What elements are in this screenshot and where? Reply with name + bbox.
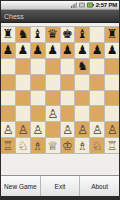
piece-white-pawn[interactable]: ♙ (77, 124, 88, 136)
square-f8[interactable]: ♝ (75, 27, 89, 42)
square-e2[interactable]: ♙ (61, 122, 75, 137)
square-a4[interactable] (1, 91, 15, 106)
square-h3[interactable] (105, 106, 119, 121)
square-e3[interactable] (61, 106, 75, 121)
app-title: Chess (4, 13, 24, 20)
piece-black-knight[interactable]: ♞ (77, 60, 88, 72)
piece-black-king[interactable]: ♚ (62, 28, 73, 40)
piece-white-pawn[interactable]: ♙ (32, 124, 43, 136)
square-a6[interactable] (1, 59, 15, 74)
square-c5[interactable] (31, 75, 45, 90)
square-f1[interactable]: ♗ (75, 138, 89, 153)
square-e8[interactable]: ♚ (61, 27, 75, 42)
piece-black-rook[interactable]: ♜ (3, 28, 14, 40)
square-c8[interactable]: ♝ (31, 27, 45, 42)
square-f4[interactable] (75, 91, 89, 106)
square-a1[interactable]: ♖ (1, 138, 15, 153)
square-h5[interactable] (105, 75, 119, 90)
title-bar: Chess (1, 10, 119, 23)
square-b2[interactable]: ♙ (16, 122, 30, 137)
square-c2[interactable]: ♙ (31, 122, 45, 137)
chess-board[interactable]: ♜♞♝♛♚♝♜♟♟♟♟♟♟♟♟♞♙♙♙♙♙♙♙♙♖♘♗♕♔♗♘♖ (1, 26, 119, 154)
square-f2[interactable]: ♙ (75, 122, 89, 137)
board-container: ♜♞♝♛♚♝♜♟♟♟♟♟♟♟♟♞♙♙♙♙♙♙♙♙♖♘♗♕♔♗♘♖ (1, 26, 119, 154)
square-g2[interactable]: ♙ (90, 122, 104, 137)
piece-black-knight[interactable]: ♞ (17, 28, 28, 40)
piece-black-pawn[interactable]: ♟ (3, 44, 14, 56)
square-g3[interactable] (90, 106, 104, 121)
piece-black-pawn[interactable]: ♟ (47, 44, 58, 56)
square-d4[interactable] (46, 91, 60, 106)
piece-white-rook[interactable]: ♖ (3, 140, 14, 152)
square-e7[interactable]: ♟ (61, 43, 75, 58)
piece-black-pawn[interactable]: ♟ (77, 44, 88, 56)
piece-black-bishop[interactable]: ♝ (32, 28, 43, 40)
square-c1[interactable]: ♗ (31, 138, 45, 153)
status-time: 2:57 PM (96, 2, 117, 8)
square-c3[interactable] (31, 106, 45, 121)
button-bar: New Game Exit About (1, 175, 119, 196)
piece-white-bishop[interactable]: ♗ (32, 140, 43, 152)
network-icon (79, 2, 85, 8)
square-h7[interactable]: ♟ (105, 43, 119, 58)
square-d7[interactable]: ♟ (46, 43, 60, 58)
square-h8[interactable]: ♜ (105, 27, 119, 42)
square-h6[interactable] (105, 59, 119, 74)
exit-button[interactable]: Exit (41, 176, 81, 196)
piece-black-pawn[interactable]: ♟ (107, 44, 118, 56)
piece-black-queen[interactable]: ♛ (47, 28, 58, 40)
square-d3[interactable]: ♙ (46, 106, 60, 121)
piece-white-pawn[interactable]: ♙ (47, 108, 58, 120)
piece-white-pawn[interactable]: ♙ (62, 124, 73, 136)
content-gap (1, 154, 119, 175)
square-g1[interactable]: ♘ (90, 138, 104, 153)
piece-white-pawn[interactable]: ♙ (3, 124, 14, 136)
square-d2[interactable] (46, 122, 60, 137)
square-a5[interactable] (1, 75, 15, 90)
square-f7[interactable]: ♟ (75, 43, 89, 58)
square-d5[interactable] (46, 75, 60, 90)
square-e6[interactable] (61, 59, 75, 74)
piece-black-pawn[interactable]: ♟ (17, 44, 28, 56)
square-b1[interactable]: ♘ (16, 138, 30, 153)
square-a8[interactable]: ♜ (1, 27, 15, 42)
new-game-button[interactable]: New Game (1, 176, 41, 196)
piece-white-rook[interactable]: ♖ (107, 140, 118, 152)
square-b4[interactable] (16, 91, 30, 106)
status-bar: 2:57 PM (1, 1, 119, 10)
square-f5[interactable] (75, 75, 89, 90)
square-e1[interactable]: ♔ (61, 138, 75, 153)
piece-black-rook[interactable]: ♜ (107, 28, 118, 40)
square-a3[interactable] (1, 106, 15, 121)
square-c4[interactable] (31, 91, 45, 106)
piece-black-bishop[interactable]: ♝ (77, 28, 88, 40)
square-e4[interactable] (61, 91, 75, 106)
phone-screen: 2:57 PM Chess ♜♞♝♛♚♝♜♟♟♟♟♟♟♟♟♞♙♙♙♙♙♙♙♙♖♘… (0, 0, 120, 200)
square-b3[interactable] (16, 106, 30, 121)
square-g8[interactable] (90, 27, 104, 42)
square-b8[interactable]: ♞ (16, 27, 30, 42)
square-g5[interactable] (90, 75, 104, 90)
piece-white-pawn[interactable]: ♙ (17, 124, 28, 136)
square-b7[interactable]: ♟ (16, 43, 30, 58)
battery-icon (87, 2, 94, 8)
piece-white-king[interactable]: ♔ (62, 140, 73, 152)
square-a7[interactable]: ♟ (1, 43, 15, 58)
square-e5[interactable] (61, 75, 75, 90)
square-g6[interactable] (90, 59, 104, 74)
piece-black-pawn[interactable]: ♟ (62, 44, 73, 56)
about-button[interactable]: About (80, 176, 119, 196)
square-a2[interactable]: ♙ (1, 122, 15, 137)
square-h4[interactable] (105, 91, 119, 106)
square-h1[interactable]: ♖ (105, 138, 119, 153)
signal-icon (71, 2, 77, 8)
piece-white-knight[interactable]: ♘ (92, 140, 103, 152)
piece-white-pawn[interactable]: ♙ (92, 124, 103, 136)
square-d8[interactable]: ♛ (46, 27, 60, 42)
square-f6[interactable]: ♞ (75, 59, 89, 74)
square-c6[interactable] (31, 59, 45, 74)
piece-black-pawn[interactable]: ♟ (32, 44, 43, 56)
square-d6[interactable] (46, 59, 60, 74)
square-d1[interactable]: ♕ (46, 138, 60, 153)
square-g7[interactable]: ♟ (90, 43, 104, 58)
square-g4[interactable] (90, 91, 104, 106)
piece-white-pawn[interactable]: ♙ (107, 124, 118, 136)
square-h2[interactable]: ♙ (105, 122, 119, 137)
square-b5[interactable] (16, 75, 30, 90)
square-f3[interactable] (75, 106, 89, 121)
square-c7[interactable]: ♟ (31, 43, 45, 58)
piece-white-knight[interactable]: ♘ (17, 140, 28, 152)
square-b6[interactable] (16, 59, 30, 74)
piece-black-pawn[interactable]: ♟ (92, 44, 103, 56)
piece-white-bishop[interactable]: ♗ (77, 140, 88, 152)
piece-white-queen[interactable]: ♕ (47, 140, 58, 152)
